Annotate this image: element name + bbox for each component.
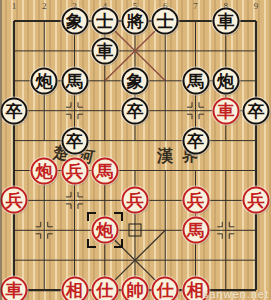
column-label-7: 7: [193, 0, 198, 12]
piece-red-advisor[interactable]: 仕: [152, 277, 179, 300]
column-label-9: 9: [254, 0, 259, 12]
column-label-2: 2: [42, 0, 47, 12]
piece-red-general[interactable]: 帥: [122, 277, 149, 300]
last-move-to-brackets: [87, 212, 123, 248]
piece-red-cannon[interactable]: 炮: [31, 157, 58, 184]
piece-black-elephant[interactable]: 象: [61, 8, 88, 35]
piece-red-elephant[interactable]: 相: [61, 277, 88, 300]
piece-black-soldier[interactable]: 卒: [1, 97, 28, 124]
last-move-from-marker: [129, 224, 142, 237]
photo-left-edge: [0, 0, 2, 300]
piece-black-general[interactable]: 將: [122, 8, 149, 35]
piece-black-soldier[interactable]: 卒: [182, 127, 209, 154]
piece-red-advisor[interactable]: 仕: [91, 277, 118, 300]
watermark: sanwen.net: [203, 288, 269, 300]
piece-black-advisor[interactable]: 士: [91, 8, 118, 35]
piece-black-chariot[interactable]: 車: [91, 37, 118, 64]
piece-black-cannon[interactable]: 炮: [31, 67, 58, 94]
piece-black-cannon[interactable]: 炮: [212, 67, 239, 94]
xiangqi-board[interactable]: 123456789 楚河 漢界 象士將士車車炮馬象馬炮卒卒卒卒卒車炮兵馬兵兵兵兵…: [0, 0, 271, 300]
piece-red-horse[interactable]: 馬: [182, 217, 209, 244]
board-grid: [0, 0, 271, 300]
bracket-corner: [87, 239, 96, 248]
piece-red-soldier[interactable]: 兵: [1, 187, 28, 214]
piece-black-chariot[interactable]: 車: [212, 8, 239, 35]
bracket-corner: [87, 212, 96, 221]
piece-red-chariot[interactable]: 車: [1, 277, 28, 300]
piece-black-horse[interactable]: 馬: [61, 67, 88, 94]
piece-red-soldier[interactable]: 兵: [122, 187, 149, 214]
piece-black-horse[interactable]: 馬: [182, 67, 209, 94]
bracket-corner: [114, 212, 123, 221]
piece-black-elephant[interactable]: 象: [122, 67, 149, 94]
piece-red-soldier[interactable]: 兵: [61, 157, 88, 184]
piece-red-horse[interactable]: 馬: [91, 157, 118, 184]
piece-red-soldier[interactable]: 兵: [243, 187, 270, 214]
column-label-1: 1: [12, 0, 17, 12]
piece-black-soldier[interactable]: 卒: [243, 97, 270, 124]
piece-red-chariot[interactable]: 車: [212, 97, 239, 124]
piece-red-soldier[interactable]: 兵: [182, 187, 209, 214]
bracket-corner: [114, 239, 123, 248]
piece-black-advisor[interactable]: 士: [152, 8, 179, 35]
piece-black-soldier[interactable]: 卒: [61, 127, 88, 154]
piece-black-soldier[interactable]: 卒: [122, 97, 149, 124]
